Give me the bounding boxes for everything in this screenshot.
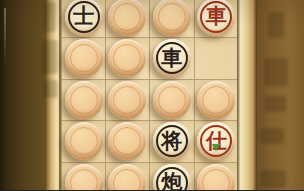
piece-face-down[interactable] bbox=[108, 81, 146, 119]
board-cell bbox=[195, 80, 240, 122]
piece-character: 士 bbox=[65, 0, 103, 36]
piece-red-advisor[interactable]: 仕 bbox=[197, 122, 235, 160]
piece-character: 仕 bbox=[197, 122, 235, 160]
piece-face-down[interactable] bbox=[153, 81, 191, 119]
piece-face-down[interactable] bbox=[108, 164, 146, 190]
wood-highlight bbox=[4, 8, 6, 66]
board-cell bbox=[150, 0, 195, 38]
piece-character: 車 bbox=[153, 39, 191, 77]
piece-face-down[interactable] bbox=[108, 122, 146, 160]
board-cell: 車 bbox=[195, 0, 240, 38]
board-cell: 仕 bbox=[195, 121, 240, 163]
piece-face-down[interactable] bbox=[197, 81, 235, 119]
piece-black-general[interactable]: 将 bbox=[153, 122, 191, 160]
carved-wood-glyph bbox=[44, 2, 56, 32]
board-cell bbox=[106, 38, 151, 80]
piece-face-down[interactable] bbox=[108, 39, 146, 77]
board-cell bbox=[106, 0, 151, 38]
carved-wood-glyph bbox=[264, 96, 286, 112]
board-cell: 将 bbox=[150, 121, 195, 163]
board-cell bbox=[61, 163, 106, 191]
piece-character: 車 bbox=[197, 0, 235, 36]
carved-wood-glyph bbox=[42, 40, 58, 74]
piece-black-chariot[interactable]: 車 bbox=[153, 39, 191, 77]
piece-character: 将 bbox=[153, 122, 191, 160]
piece-character: 炮 bbox=[153, 164, 191, 190]
piece-face-down[interactable] bbox=[65, 164, 103, 190]
board-cell bbox=[61, 38, 106, 80]
banqi-game-screen: 士車車将仕炮 bbox=[0, 0, 304, 190]
board-cell-empty[interactable] bbox=[195, 38, 240, 80]
piece-face-down[interactable] bbox=[65, 81, 103, 119]
piece-black-cannon[interactable]: 炮 bbox=[153, 164, 191, 190]
piece-face-down[interactable] bbox=[108, 0, 146, 36]
board-cell bbox=[106, 80, 151, 122]
piece-face-down[interactable] bbox=[65, 122, 103, 160]
board-cell: 車 bbox=[150, 38, 195, 80]
board-cell bbox=[61, 80, 106, 122]
banqi-board: 士車車将仕炮 bbox=[59, 0, 241, 190]
piece-face-down[interactable] bbox=[197, 164, 235, 190]
board-grid: 士車車将仕炮 bbox=[61, 0, 239, 190]
board-cell bbox=[61, 121, 106, 163]
board-cell: 士 bbox=[61, 0, 106, 38]
board-cell bbox=[106, 163, 151, 191]
right-board-bevel bbox=[237, 0, 257, 190]
carved-wood-glyph bbox=[268, 12, 284, 38]
board-cell bbox=[150, 80, 195, 122]
carved-wood-glyph bbox=[44, 80, 58, 98]
left-wood-frame bbox=[0, 0, 46, 190]
carved-wood-glyph bbox=[264, 58, 288, 86]
piece-face-down[interactable] bbox=[65, 39, 103, 77]
green-flip-marker-icon bbox=[212, 144, 220, 151]
piece-red-chariot[interactable]: 車 bbox=[197, 0, 235, 36]
board-cell bbox=[106, 121, 151, 163]
carved-wood-glyph bbox=[260, 170, 286, 188]
piece-face-down[interactable] bbox=[153, 0, 191, 36]
board-cell bbox=[195, 163, 240, 191]
carved-wood-glyph bbox=[260, 128, 284, 144]
board-cell: 炮 bbox=[150, 163, 195, 191]
piece-black-advisor[interactable]: 士 bbox=[65, 0, 103, 36]
